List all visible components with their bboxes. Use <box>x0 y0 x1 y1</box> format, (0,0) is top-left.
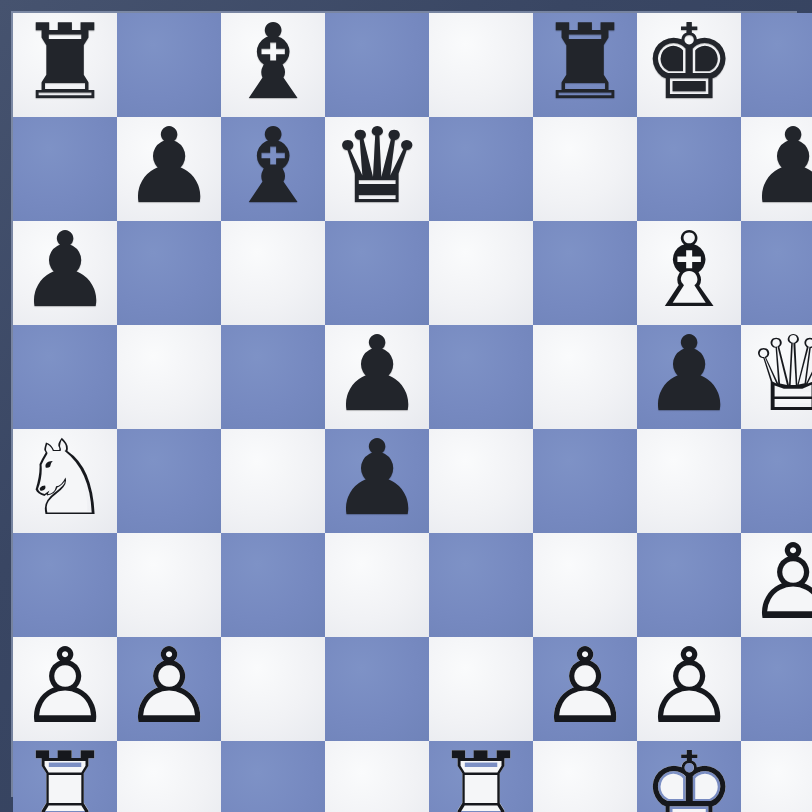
square-d6[interactable] <box>325 221 429 325</box>
piece-black-bishop[interactable]: ♝ <box>221 117 325 221</box>
white-queen-outline-icon: ♕ <box>746 322 812 426</box>
square-c8[interactable]: ♝ <box>221 13 325 117</box>
square-a7[interactable] <box>13 117 117 221</box>
square-e8[interactable] <box>429 13 533 117</box>
square-a6[interactable]: ♟ <box>13 221 117 325</box>
square-f5[interactable] <box>533 325 637 429</box>
square-f2[interactable]: ♟♙ <box>533 637 637 741</box>
square-f4[interactable] <box>533 429 637 533</box>
square-f8[interactable]: ♜ <box>533 13 637 117</box>
square-c1[interactable] <box>221 741 325 812</box>
square-h2[interactable] <box>741 637 812 741</box>
square-e6[interactable] <box>429 221 533 325</box>
black-pawn-icon: ♟ <box>122 114 215 218</box>
square-a5[interactable] <box>13 325 117 429</box>
piece-white-king[interactable]: ♚♔ <box>637 741 741 812</box>
piece-white-queen[interactable]: ♛♕ <box>741 325 812 429</box>
square-g4[interactable] <box>637 429 741 533</box>
square-h3[interactable]: ♟♙ <box>741 533 812 637</box>
square-e4[interactable] <box>429 429 533 533</box>
piece-white-bishop[interactable]: ♝♗ <box>637 221 741 325</box>
piece-white-rook[interactable]: ♜♖ <box>13 741 117 812</box>
square-h5[interactable]: ♛♕ <box>741 325 812 429</box>
square-e1[interactable]: ♜♖ <box>429 741 533 812</box>
square-g3[interactable] <box>637 533 741 637</box>
black-pawn-icon: ♟ <box>330 322 423 426</box>
white-pawn-outline-icon: ♙ <box>122 634 215 738</box>
square-f7[interactable] <box>533 117 637 221</box>
black-queen-icon: ♛ <box>330 114 423 218</box>
square-g7[interactable] <box>637 117 741 221</box>
board-frame: ♜♝♜♚♟♝♛♟♟♝♗♟♟♛♕♞♘♟♟♙♟♙♟♙♟♙♟♙♜♖♜♖♚♔ <box>0 0 812 812</box>
piece-white-pawn[interactable]: ♟♙ <box>637 637 741 741</box>
chess-board: ♜♝♜♚♟♝♛♟♟♝♗♟♟♛♕♞♘♟♟♙♟♙♟♙♟♙♟♙♜♖♜♖♚♔ <box>13 13 799 799</box>
piece-black-pawn[interactable]: ♟ <box>13 221 117 325</box>
square-d4[interactable]: ♟ <box>325 429 429 533</box>
square-d8[interactable] <box>325 13 429 117</box>
square-e2[interactable] <box>429 637 533 741</box>
square-a3[interactable] <box>13 533 117 637</box>
piece-black-king[interactable]: ♚ <box>637 13 741 117</box>
square-c4[interactable] <box>221 429 325 533</box>
square-e7[interactable] <box>429 117 533 221</box>
square-f3[interactable] <box>533 533 637 637</box>
square-c7[interactable]: ♝ <box>221 117 325 221</box>
square-g5[interactable]: ♟ <box>637 325 741 429</box>
piece-black-pawn[interactable]: ♟ <box>637 325 741 429</box>
square-c3[interactable] <box>221 533 325 637</box>
piece-white-pawn[interactable]: ♟♙ <box>117 637 221 741</box>
square-a4[interactable]: ♞♘ <box>13 429 117 533</box>
square-f6[interactable] <box>533 221 637 325</box>
square-h6[interactable] <box>741 221 812 325</box>
white-bishop-outline-icon: ♗ <box>642 218 735 322</box>
square-d7[interactable]: ♛ <box>325 117 429 221</box>
black-pawn-icon: ♟ <box>746 114 812 218</box>
white-pawn-outline-icon: ♙ <box>642 634 735 738</box>
piece-white-pawn[interactable]: ♟♙ <box>13 637 117 741</box>
white-rook-outline-icon: ♖ <box>18 738 111 812</box>
square-c2[interactable] <box>221 637 325 741</box>
black-rook-icon: ♜ <box>18 10 111 114</box>
square-b6[interactable] <box>117 221 221 325</box>
black-bishop-icon: ♝ <box>226 114 319 218</box>
square-e5[interactable] <box>429 325 533 429</box>
square-b7[interactable]: ♟ <box>117 117 221 221</box>
square-b2[interactable]: ♟♙ <box>117 637 221 741</box>
square-d5[interactable]: ♟ <box>325 325 429 429</box>
piece-black-bishop[interactable]: ♝ <box>221 13 325 117</box>
piece-black-pawn[interactable]: ♟ <box>741 117 812 221</box>
white-rook-outline-icon: ♖ <box>434 738 527 812</box>
square-a8[interactable]: ♜ <box>13 13 117 117</box>
piece-black-rook[interactable]: ♜ <box>533 13 637 117</box>
piece-white-pawn[interactable]: ♟♙ <box>533 637 637 741</box>
black-bishop-icon: ♝ <box>226 10 319 114</box>
white-king-outline-icon: ♔ <box>642 738 735 812</box>
white-pawn-outline-icon: ♙ <box>18 634 111 738</box>
square-h1[interactable] <box>741 741 812 812</box>
square-g2[interactable]: ♟♙ <box>637 637 741 741</box>
black-rook-icon: ♜ <box>538 10 631 114</box>
square-d3[interactable] <box>325 533 429 637</box>
square-a1[interactable]: ♜♖ <box>13 741 117 812</box>
square-d2[interactable] <box>325 637 429 741</box>
piece-white-pawn[interactable]: ♟♙ <box>741 533 812 637</box>
black-pawn-icon: ♟ <box>330 426 423 530</box>
square-h7[interactable]: ♟ <box>741 117 812 221</box>
piece-black-pawn[interactable]: ♟ <box>325 429 429 533</box>
white-pawn-outline-icon: ♙ <box>746 530 812 634</box>
square-c6[interactable] <box>221 221 325 325</box>
black-king-icon: ♚ <box>642 10 735 114</box>
square-b1[interactable] <box>117 741 221 812</box>
white-pawn-outline-icon: ♙ <box>538 634 631 738</box>
piece-black-queen[interactable]: ♛ <box>325 117 429 221</box>
square-f1[interactable] <box>533 741 637 812</box>
piece-black-pawn[interactable]: ♟ <box>117 117 221 221</box>
square-h8[interactable] <box>741 13 812 117</box>
square-g1[interactable]: ♚♔ <box>637 741 741 812</box>
square-c5[interactable] <box>221 325 325 429</box>
white-knight-outline-icon: ♘ <box>18 426 111 530</box>
square-b5[interactable] <box>117 325 221 429</box>
square-a2[interactable]: ♟♙ <box>13 637 117 741</box>
square-b3[interactable] <box>117 533 221 637</box>
piece-black-rook[interactable]: ♜ <box>13 13 117 117</box>
piece-black-pawn[interactable]: ♟ <box>325 325 429 429</box>
square-h4[interactable] <box>741 429 812 533</box>
square-g8[interactable]: ♚ <box>637 13 741 117</box>
black-pawn-icon: ♟ <box>18 218 111 322</box>
piece-white-rook[interactable]: ♜♖ <box>429 741 533 812</box>
square-e3[interactable] <box>429 533 533 637</box>
square-b4[interactable] <box>117 429 221 533</box>
square-g6[interactable]: ♝♗ <box>637 221 741 325</box>
piece-white-knight[interactable]: ♞♘ <box>13 429 117 533</box>
black-pawn-icon: ♟ <box>642 322 735 426</box>
square-b8[interactable] <box>117 13 221 117</box>
square-d1[interactable] <box>325 741 429 812</box>
